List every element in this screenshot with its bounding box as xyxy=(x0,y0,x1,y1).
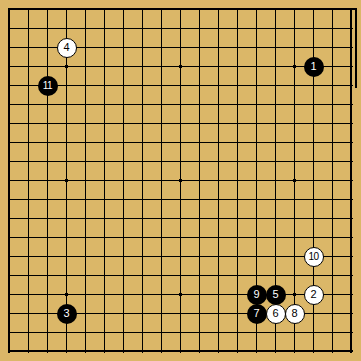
intersection-18-12[interactable] xyxy=(323,209,342,228)
intersection-2-9[interactable] xyxy=(19,152,38,171)
intersection-14-2[interactable] xyxy=(247,19,266,38)
intersection-5-8[interactable] xyxy=(76,133,95,152)
intersection-19-2[interactable] xyxy=(342,19,361,38)
intersection-18-18[interactable] xyxy=(323,323,342,342)
intersection-6-9[interactable] xyxy=(95,152,114,171)
intersection-12-16[interactable] xyxy=(209,285,228,304)
intersection-13-8[interactable] xyxy=(228,133,247,152)
intersection-13-3[interactable] xyxy=(228,38,247,57)
intersection-12-1[interactable] xyxy=(209,0,228,19)
intersection-15-1[interactable] xyxy=(266,0,285,19)
intersection-10-1[interactable] xyxy=(171,0,190,19)
intersection-11-13[interactable] xyxy=(190,228,209,247)
intersection-4-17[interactable]: 3 xyxy=(57,304,76,323)
intersection-12-15[interactable] xyxy=(209,266,228,285)
intersection-4-12[interactable] xyxy=(57,209,76,228)
intersection-5-1[interactable] xyxy=(76,0,95,19)
intersection-13-18[interactable] xyxy=(228,323,247,342)
intersection-12-17[interactable] xyxy=(209,304,228,323)
intersection-1-5[interactable] xyxy=(0,76,19,95)
intersection-6-2[interactable] xyxy=(95,19,114,38)
intersection-5-4[interactable] xyxy=(76,57,95,76)
intersection-19-17[interactable] xyxy=(342,304,361,323)
intersection-17-2[interactable] xyxy=(304,19,323,38)
intersection-11-8[interactable] xyxy=(190,133,209,152)
intersection-8-15[interactable] xyxy=(133,266,152,285)
intersection-4-19[interactable] xyxy=(57,342,76,361)
intersection-16-6[interactable] xyxy=(285,95,304,114)
stone-white-10[interactable]: 10 xyxy=(304,247,324,267)
intersection-4-3[interactable]: 4 xyxy=(57,38,76,57)
intersection-14-5[interactable] xyxy=(247,76,266,95)
intersection-13-1[interactable] xyxy=(228,0,247,19)
intersection-9-4[interactable] xyxy=(152,57,171,76)
intersection-15-18[interactable] xyxy=(266,323,285,342)
intersection-2-12[interactable] xyxy=(19,209,38,228)
intersection-12-5[interactable] xyxy=(209,76,228,95)
intersection-1-10[interactable] xyxy=(0,171,19,190)
intersection-3-6[interactable] xyxy=(38,95,57,114)
intersection-19-11[interactable] xyxy=(342,190,361,209)
intersection-12-8[interactable] xyxy=(209,133,228,152)
intersection-16-17[interactable]: 8 xyxy=(285,304,304,323)
intersection-14-13[interactable] xyxy=(247,228,266,247)
intersection-14-8[interactable] xyxy=(247,133,266,152)
intersection-3-8[interactable] xyxy=(38,133,57,152)
intersection-9-15[interactable] xyxy=(152,266,171,285)
intersection-3-14[interactable] xyxy=(38,247,57,266)
intersection-10-11[interactable] xyxy=(171,190,190,209)
intersection-11-5[interactable] xyxy=(190,76,209,95)
intersection-13-2[interactable] xyxy=(228,19,247,38)
intersection-2-3[interactable] xyxy=(19,38,38,57)
intersection-4-9[interactable] xyxy=(57,152,76,171)
intersection-17-18[interactable] xyxy=(304,323,323,342)
intersection-13-19[interactable] xyxy=(228,342,247,361)
intersection-13-12[interactable] xyxy=(228,209,247,228)
intersection-19-19[interactable] xyxy=(342,342,361,361)
intersection-5-10[interactable] xyxy=(76,171,95,190)
intersection-6-15[interactable] xyxy=(95,266,114,285)
intersection-18-4[interactable] xyxy=(323,57,342,76)
intersection-3-16[interactable] xyxy=(38,285,57,304)
intersection-8-11[interactable] xyxy=(133,190,152,209)
intersection-17-19[interactable] xyxy=(304,342,323,361)
intersection-8-16[interactable] xyxy=(133,285,152,304)
intersection-8-2[interactable] xyxy=(133,19,152,38)
intersection-16-4[interactable] xyxy=(285,57,304,76)
intersection-19-3[interactable] xyxy=(342,38,361,57)
intersection-10-2[interactable] xyxy=(171,19,190,38)
intersection-3-17[interactable] xyxy=(38,304,57,323)
intersection-12-18[interactable] xyxy=(209,323,228,342)
stone-black-3[interactable]: 3 xyxy=(57,304,77,324)
intersection-8-3[interactable] xyxy=(133,38,152,57)
intersection-19-6[interactable] xyxy=(342,95,361,114)
intersection-9-10[interactable] xyxy=(152,171,171,190)
intersection-6-8[interactable] xyxy=(95,133,114,152)
intersection-2-19[interactable] xyxy=(19,342,38,361)
intersection-7-5[interactable] xyxy=(114,76,133,95)
intersection-11-2[interactable] xyxy=(190,19,209,38)
intersection-12-9[interactable] xyxy=(209,152,228,171)
intersection-15-13[interactable] xyxy=(266,228,285,247)
intersection-4-5[interactable] xyxy=(57,76,76,95)
intersection-12-11[interactable] xyxy=(209,190,228,209)
intersection-6-6[interactable] xyxy=(95,95,114,114)
intersection-1-12[interactable] xyxy=(0,209,19,228)
intersection-5-3[interactable] xyxy=(76,38,95,57)
intersection-6-1[interactable] xyxy=(95,0,114,19)
intersection-16-3[interactable] xyxy=(285,38,304,57)
intersection-1-17[interactable] xyxy=(0,304,19,323)
intersection-5-7[interactable] xyxy=(76,114,95,133)
intersection-6-16[interactable] xyxy=(95,285,114,304)
intersection-14-10[interactable] xyxy=(247,171,266,190)
intersection-17-10[interactable] xyxy=(304,171,323,190)
intersection-12-4[interactable] xyxy=(209,57,228,76)
intersection-15-14[interactable] xyxy=(266,247,285,266)
intersection-19-10[interactable] xyxy=(342,171,361,190)
intersection-10-5[interactable] xyxy=(171,76,190,95)
intersection-3-9[interactable] xyxy=(38,152,57,171)
intersection-8-18[interactable] xyxy=(133,323,152,342)
intersection-17-8[interactable] xyxy=(304,133,323,152)
intersection-2-1[interactable] xyxy=(19,0,38,19)
intersection-18-7[interactable] xyxy=(323,114,342,133)
intersection-18-9[interactable] xyxy=(323,152,342,171)
intersection-8-19[interactable] xyxy=(133,342,152,361)
intersection-3-2[interactable] xyxy=(38,19,57,38)
stone-black-11[interactable]: 11 xyxy=(38,76,58,96)
intersection-10-6[interactable] xyxy=(171,95,190,114)
intersection-1-4[interactable] xyxy=(0,57,19,76)
intersection-5-15[interactable] xyxy=(76,266,95,285)
intersection-7-10[interactable] xyxy=(114,171,133,190)
intersection-18-14[interactable] xyxy=(323,247,342,266)
intersection-7-18[interactable] xyxy=(114,323,133,342)
intersection-18-5[interactable] xyxy=(323,76,342,95)
intersection-19-9[interactable] xyxy=(342,152,361,171)
intersection-14-6[interactable] xyxy=(247,95,266,114)
intersection-2-15[interactable] xyxy=(19,266,38,285)
intersection-15-7[interactable] xyxy=(266,114,285,133)
intersection-6-14[interactable] xyxy=(95,247,114,266)
intersection-8-13[interactable] xyxy=(133,228,152,247)
intersection-16-2[interactable] xyxy=(285,19,304,38)
intersection-5-12[interactable] xyxy=(76,209,95,228)
stone-black-5[interactable]: 5 xyxy=(266,285,286,305)
intersection-16-5[interactable] xyxy=(285,76,304,95)
intersection-11-14[interactable] xyxy=(190,247,209,266)
intersection-11-7[interactable] xyxy=(190,114,209,133)
intersection-11-11[interactable] xyxy=(190,190,209,209)
intersection-9-18[interactable] xyxy=(152,323,171,342)
intersection-6-5[interactable] xyxy=(95,76,114,95)
intersection-6-19[interactable] xyxy=(95,342,114,361)
intersection-10-16[interactable] xyxy=(171,285,190,304)
intersection-18-6[interactable] xyxy=(323,95,342,114)
stone-black-1[interactable]: 1 xyxy=(304,57,324,77)
stone-white-6[interactable]: 6 xyxy=(266,304,286,324)
intersection-13-7[interactable] xyxy=(228,114,247,133)
intersection-11-3[interactable] xyxy=(190,38,209,57)
intersection-5-19[interactable] xyxy=(76,342,95,361)
intersection-3-19[interactable] xyxy=(38,342,57,361)
intersection-5-9[interactable] xyxy=(76,152,95,171)
intersection-9-12[interactable] xyxy=(152,209,171,228)
intersection-16-19[interactable] xyxy=(285,342,304,361)
intersection-16-14[interactable] xyxy=(285,247,304,266)
intersection-17-15[interactable] xyxy=(304,266,323,285)
intersection-18-2[interactable] xyxy=(323,19,342,38)
intersection-18-11[interactable] xyxy=(323,190,342,209)
intersection-1-18[interactable] xyxy=(0,323,19,342)
intersection-14-18[interactable] xyxy=(247,323,266,342)
intersection-19-14[interactable] xyxy=(342,247,361,266)
intersection-5-17[interactable] xyxy=(76,304,95,323)
intersection-15-4[interactable] xyxy=(266,57,285,76)
intersection-13-17[interactable] xyxy=(228,304,247,323)
stone-white-8[interactable]: 8 xyxy=(285,304,305,324)
intersection-9-1[interactable] xyxy=(152,0,171,19)
intersection-10-4[interactable] xyxy=(171,57,190,76)
intersection-2-16[interactable] xyxy=(19,285,38,304)
intersection-12-6[interactable] xyxy=(209,95,228,114)
intersection-17-14[interactable]: 10 xyxy=(304,247,323,266)
intersection-17-17[interactable] xyxy=(304,304,323,323)
intersection-14-16[interactable]: 9 xyxy=(247,285,266,304)
intersection-13-9[interactable] xyxy=(228,152,247,171)
intersection-1-11[interactable] xyxy=(0,190,19,209)
intersection-17-5[interactable] xyxy=(304,76,323,95)
intersection-4-16[interactable] xyxy=(57,285,76,304)
intersection-16-7[interactable] xyxy=(285,114,304,133)
intersection-2-5[interactable] xyxy=(19,76,38,95)
intersection-4-1[interactable] xyxy=(57,0,76,19)
intersection-2-18[interactable] xyxy=(19,323,38,342)
intersection-14-15[interactable] xyxy=(247,266,266,285)
intersection-2-7[interactable] xyxy=(19,114,38,133)
intersection-16-10[interactable] xyxy=(285,171,304,190)
intersection-8-14[interactable] xyxy=(133,247,152,266)
intersection-17-3[interactable] xyxy=(304,38,323,57)
intersection-9-16[interactable] xyxy=(152,285,171,304)
intersection-9-19[interactable] xyxy=(152,342,171,361)
go-board[interactable]: 4111109523768 xyxy=(0,0,361,361)
intersection-13-11[interactable] xyxy=(228,190,247,209)
intersection-13-10[interactable] xyxy=(228,171,247,190)
intersection-9-13[interactable] xyxy=(152,228,171,247)
intersection-6-10[interactable] xyxy=(95,171,114,190)
intersection-7-13[interactable] xyxy=(114,228,133,247)
intersection-5-13[interactable] xyxy=(76,228,95,247)
intersection-8-10[interactable] xyxy=(133,171,152,190)
intersection-8-9[interactable] xyxy=(133,152,152,171)
intersection-5-14[interactable] xyxy=(76,247,95,266)
intersection-12-7[interactable] xyxy=(209,114,228,133)
intersection-18-15[interactable] xyxy=(323,266,342,285)
intersection-7-6[interactable] xyxy=(114,95,133,114)
intersection-11-1[interactable] xyxy=(190,0,209,19)
intersection-19-4[interactable] xyxy=(342,57,361,76)
intersection-4-2[interactable] xyxy=(57,19,76,38)
intersection-15-19[interactable] xyxy=(266,342,285,361)
intersection-7-16[interactable] xyxy=(114,285,133,304)
intersection-11-17[interactable] xyxy=(190,304,209,323)
intersection-5-11[interactable] xyxy=(76,190,95,209)
intersection-9-5[interactable] xyxy=(152,76,171,95)
intersection-12-13[interactable] xyxy=(209,228,228,247)
intersection-15-9[interactable] xyxy=(266,152,285,171)
intersection-10-7[interactable] xyxy=(171,114,190,133)
intersection-10-19[interactable] xyxy=(171,342,190,361)
intersection-3-10[interactable] xyxy=(38,171,57,190)
intersection-6-12[interactable] xyxy=(95,209,114,228)
intersection-2-8[interactable] xyxy=(19,133,38,152)
intersection-11-4[interactable] xyxy=(190,57,209,76)
intersection-7-12[interactable] xyxy=(114,209,133,228)
intersection-9-3[interactable] xyxy=(152,38,171,57)
intersection-14-11[interactable] xyxy=(247,190,266,209)
intersection-1-19[interactable] xyxy=(0,342,19,361)
intersection-15-5[interactable] xyxy=(266,76,285,95)
intersection-7-3[interactable] xyxy=(114,38,133,57)
intersection-6-18[interactable] xyxy=(95,323,114,342)
intersection-1-15[interactable] xyxy=(0,266,19,285)
intersection-6-17[interactable] xyxy=(95,304,114,323)
intersection-10-14[interactable] xyxy=(171,247,190,266)
intersection-5-5[interactable] xyxy=(76,76,95,95)
stone-white-2[interactable]: 2 xyxy=(304,285,324,305)
intersection-16-18[interactable] xyxy=(285,323,304,342)
intersection-8-12[interactable] xyxy=(133,209,152,228)
intersection-15-10[interactable] xyxy=(266,171,285,190)
intersection-11-9[interactable] xyxy=(190,152,209,171)
intersection-16-11[interactable] xyxy=(285,190,304,209)
intersection-2-13[interactable] xyxy=(19,228,38,247)
intersection-12-14[interactable] xyxy=(209,247,228,266)
intersection-11-16[interactable] xyxy=(190,285,209,304)
intersection-2-4[interactable] xyxy=(19,57,38,76)
intersection-16-8[interactable] xyxy=(285,133,304,152)
stone-white-4[interactable]: 4 xyxy=(57,38,77,58)
intersection-9-9[interactable] xyxy=(152,152,171,171)
intersection-11-15[interactable] xyxy=(190,266,209,285)
intersection-12-10[interactable] xyxy=(209,171,228,190)
intersection-15-6[interactable] xyxy=(266,95,285,114)
intersection-1-2[interactable] xyxy=(0,19,19,38)
intersection-1-13[interactable] xyxy=(0,228,19,247)
intersection-7-17[interactable] xyxy=(114,304,133,323)
intersection-7-1[interactable] xyxy=(114,0,133,19)
intersection-14-14[interactable] xyxy=(247,247,266,266)
intersection-11-12[interactable] xyxy=(190,209,209,228)
intersection-19-12[interactable] xyxy=(342,209,361,228)
intersection-3-12[interactable] xyxy=(38,209,57,228)
intersection-8-5[interactable] xyxy=(133,76,152,95)
intersection-16-16[interactable] xyxy=(285,285,304,304)
intersection-13-6[interactable] xyxy=(228,95,247,114)
intersection-13-5[interactable] xyxy=(228,76,247,95)
intersection-18-19[interactable] xyxy=(323,342,342,361)
intersection-3-7[interactable] xyxy=(38,114,57,133)
intersection-9-14[interactable] xyxy=(152,247,171,266)
intersection-17-4[interactable]: 1 xyxy=(304,57,323,76)
intersection-5-6[interactable] xyxy=(76,95,95,114)
intersection-2-11[interactable] xyxy=(19,190,38,209)
intersection-18-3[interactable] xyxy=(323,38,342,57)
intersection-18-10[interactable] xyxy=(323,171,342,190)
intersection-7-2[interactable] xyxy=(114,19,133,38)
intersection-5-18[interactable] xyxy=(76,323,95,342)
intersection-14-17[interactable]: 7 xyxy=(247,304,266,323)
intersection-15-17[interactable]: 6 xyxy=(266,304,285,323)
intersection-7-14[interactable] xyxy=(114,247,133,266)
intersection-8-1[interactable] xyxy=(133,0,152,19)
intersection-16-1[interactable] xyxy=(285,0,304,19)
intersection-9-17[interactable] xyxy=(152,304,171,323)
intersection-11-6[interactable] xyxy=(190,95,209,114)
intersection-1-9[interactable] xyxy=(0,152,19,171)
intersection-10-17[interactable] xyxy=(171,304,190,323)
intersection-4-8[interactable] xyxy=(57,133,76,152)
intersection-2-17[interactable] xyxy=(19,304,38,323)
intersection-18-1[interactable] xyxy=(323,0,342,19)
intersection-9-2[interactable] xyxy=(152,19,171,38)
intersection-19-18[interactable] xyxy=(342,323,361,342)
intersection-10-10[interactable] xyxy=(171,171,190,190)
intersection-17-9[interactable] xyxy=(304,152,323,171)
intersection-5-2[interactable] xyxy=(76,19,95,38)
intersection-9-7[interactable] xyxy=(152,114,171,133)
intersection-4-11[interactable] xyxy=(57,190,76,209)
intersection-11-18[interactable] xyxy=(190,323,209,342)
intersection-9-8[interactable] xyxy=(152,133,171,152)
intersection-7-19[interactable] xyxy=(114,342,133,361)
intersection-18-17[interactable] xyxy=(323,304,342,323)
intersection-12-3[interactable] xyxy=(209,38,228,57)
intersection-15-3[interactable] xyxy=(266,38,285,57)
intersection-4-14[interactable] xyxy=(57,247,76,266)
intersection-6-13[interactable] xyxy=(95,228,114,247)
intersection-1-16[interactable] xyxy=(0,285,19,304)
intersection-14-19[interactable] xyxy=(247,342,266,361)
intersection-19-16[interactable] xyxy=(342,285,361,304)
intersection-10-9[interactable] xyxy=(171,152,190,171)
intersection-7-9[interactable] xyxy=(114,152,133,171)
intersection-7-15[interactable] xyxy=(114,266,133,285)
intersection-1-7[interactable] xyxy=(0,114,19,133)
intersection-8-7[interactable] xyxy=(133,114,152,133)
intersection-13-13[interactable] xyxy=(228,228,247,247)
intersection-10-8[interactable] xyxy=(171,133,190,152)
intersection-14-3[interactable] xyxy=(247,38,266,57)
intersection-15-11[interactable] xyxy=(266,190,285,209)
intersection-1-6[interactable] xyxy=(0,95,19,114)
intersection-18-8[interactable] xyxy=(323,133,342,152)
intersection-11-10[interactable] xyxy=(190,171,209,190)
stone-black-9[interactable]: 9 xyxy=(247,285,267,305)
intersection-4-10[interactable] xyxy=(57,171,76,190)
intersection-8-6[interactable] xyxy=(133,95,152,114)
intersection-14-12[interactable] xyxy=(247,209,266,228)
intersection-2-6[interactable] xyxy=(19,95,38,114)
intersection-16-13[interactable] xyxy=(285,228,304,247)
intersection-11-19[interactable] xyxy=(190,342,209,361)
intersection-7-4[interactable] xyxy=(114,57,133,76)
intersection-13-15[interactable] xyxy=(228,266,247,285)
